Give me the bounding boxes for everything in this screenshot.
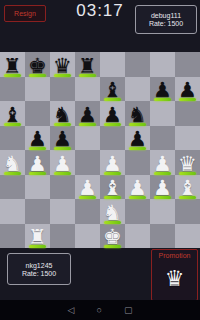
square-a1[interactable] — [0, 224, 25, 249]
square-h8[interactable] — [175, 52, 200, 77]
piece-base-highlight — [104, 98, 121, 101]
square-e1[interactable]: ♚ — [100, 224, 125, 249]
square-c5[interactable]: ♟ — [50, 126, 75, 151]
square-g2[interactable] — [150, 199, 175, 224]
square-b1[interactable]: ♜ — [25, 224, 50, 249]
square-e2[interactable]: ♞ — [100, 199, 125, 224]
piece-base-highlight — [129, 196, 146, 199]
square-c3[interactable] — [50, 175, 75, 200]
piece-base-highlight — [154, 98, 171, 101]
square-d6[interactable]: ♟ — [75, 101, 100, 126]
square-c8[interactable]: ♛ — [50, 52, 75, 77]
piece-base-highlight — [129, 123, 146, 126]
piece-base-highlight — [29, 147, 46, 150]
recents-icon[interactable]: ▢ — [124, 306, 133, 315]
square-e5[interactable] — [100, 126, 125, 151]
square-b2[interactable] — [25, 199, 50, 224]
piece-base-highlight — [179, 98, 196, 101]
square-g7[interactable]: ♟ — [150, 77, 175, 102]
square-h5[interactable] — [175, 126, 200, 151]
piece-base-highlight — [54, 74, 71, 77]
square-e4[interactable]: ♟ — [100, 150, 125, 175]
square-a4[interactable]: ♞ — [0, 150, 25, 175]
square-c7[interactable] — [50, 77, 75, 102]
square-f3[interactable]: ♟ — [125, 175, 150, 200]
promotion-label: Promotion — [152, 252, 197, 259]
square-h1[interactable] — [175, 224, 200, 249]
square-c4[interactable]: ♟ — [50, 150, 75, 175]
square-g1[interactable] — [150, 224, 175, 249]
android-nav-bar: ◁○▢ — [0, 300, 200, 320]
piece-base-highlight — [29, 245, 46, 248]
square-f8[interactable] — [125, 52, 150, 77]
opponent-badge: debug111 Rate: 1500 — [135, 5, 197, 34]
square-f2[interactable] — [125, 199, 150, 224]
piece-base-highlight — [54, 172, 71, 175]
piece-base-highlight — [79, 196, 96, 199]
square-b3[interactable] — [25, 175, 50, 200]
piece-base-highlight — [154, 196, 171, 199]
top-bar: Resign 03:17 debug111 Rate: 1500 — [0, 0, 200, 52]
black-rook: ♜ — [0, 52, 25, 77]
piece-base-highlight — [104, 221, 121, 224]
black-pawn: ♟ — [100, 101, 125, 126]
square-h3[interactable]: ♝ — [175, 175, 200, 200]
square-b7[interactable] — [25, 77, 50, 102]
white-pawn: ♟ — [150, 150, 175, 175]
square-c2[interactable] — [50, 199, 75, 224]
square-d1[interactable] — [75, 224, 100, 249]
black-pawn: ♟ — [75, 101, 100, 126]
promotion-button[interactable]: Promotion ♛ — [151, 249, 198, 301]
square-a8[interactable]: ♜ — [0, 52, 25, 77]
piece-base-highlight — [104, 245, 121, 248]
piece-base-highlight — [154, 172, 171, 175]
square-h7[interactable]: ♟ — [175, 77, 200, 102]
square-a3[interactable] — [0, 175, 25, 200]
square-h6[interactable] — [175, 101, 200, 126]
white-pawn: ♟ — [50, 150, 75, 175]
white-pawn: ♟ — [25, 150, 50, 175]
square-g3[interactable]: ♟ — [150, 175, 175, 200]
piece-base-highlight — [104, 123, 121, 126]
square-g4[interactable]: ♟ — [150, 150, 175, 175]
piece-base-highlight — [104, 172, 121, 175]
square-e3[interactable]: ♝ — [100, 175, 125, 200]
piece-base-highlight — [29, 172, 46, 175]
square-b5[interactable]: ♟ — [25, 126, 50, 151]
square-f4[interactable] — [125, 150, 150, 175]
piece-base-highlight — [129, 147, 146, 150]
piece-base-highlight — [4, 172, 21, 175]
square-b8[interactable]: ♚ — [25, 52, 50, 77]
chess-board[interactable]: ♜♚♛♜♝♟♟♝♞♟♟♞♟♟♟♞♟♟♟♟♛♟♝♟♟♝♞♜♚ — [0, 52, 200, 248]
black-bishop: ♝ — [0, 101, 25, 126]
piece-base-highlight — [79, 123, 96, 126]
square-a5[interactable] — [0, 126, 25, 151]
back-icon[interactable]: ◁ — [68, 306, 75, 315]
black-king: ♚ — [25, 52, 50, 77]
black-queen: ♛ — [50, 52, 75, 77]
square-e7[interactable]: ♝ — [100, 77, 125, 102]
square-d5[interactable] — [75, 126, 100, 151]
home-icon[interactable]: ○ — [96, 306, 101, 315]
piece-base-highlight — [179, 172, 196, 175]
square-g8[interactable] — [150, 52, 175, 77]
white-knight: ♞ — [100, 199, 125, 224]
white-pawn: ♟ — [100, 150, 125, 175]
square-d2[interactable] — [75, 199, 100, 224]
square-e8[interactable] — [100, 52, 125, 77]
white-knight: ♞ — [0, 150, 25, 175]
piece-base-highlight — [4, 74, 21, 77]
square-f5[interactable]: ♟ — [125, 126, 150, 151]
square-d8[interactable]: ♜ — [75, 52, 100, 77]
black-knight: ♞ — [50, 101, 75, 126]
piece-base-highlight — [54, 123, 71, 126]
square-d4[interactable] — [75, 150, 100, 175]
white-queen-icon: ♛ — [152, 267, 197, 291]
square-g6[interactable] — [150, 101, 175, 126]
white-queen: ♛ — [175, 150, 200, 175]
player-name: nkg1245 — [8, 262, 70, 269]
square-d3[interactable]: ♟ — [75, 175, 100, 200]
square-d7[interactable] — [75, 77, 100, 102]
square-f6[interactable]: ♞ — [125, 101, 150, 126]
square-f1[interactable] — [125, 224, 150, 249]
square-h4[interactable]: ♛ — [175, 150, 200, 175]
square-b4[interactable]: ♟ — [25, 150, 50, 175]
square-g5[interactable] — [150, 126, 175, 151]
piece-base-highlight — [104, 196, 121, 199]
square-a7[interactable] — [0, 77, 25, 102]
square-e6[interactable]: ♟ — [100, 101, 125, 126]
square-c6[interactable]: ♞ — [50, 101, 75, 126]
square-f7[interactable] — [125, 77, 150, 102]
square-a6[interactable]: ♝ — [0, 101, 25, 126]
piece-base-highlight — [54, 147, 71, 150]
piece-base-highlight — [29, 74, 46, 77]
piece-base-highlight — [79, 74, 96, 77]
square-a2[interactable] — [0, 199, 25, 224]
player-badge: nkg1245 Rate: 1500 — [7, 253, 71, 285]
opponent-rating: Rate: 1500 — [136, 20, 196, 27]
square-b6[interactable] — [25, 101, 50, 126]
opponent-name: debug111 — [136, 12, 196, 19]
player-rating: Rate: 1500 — [8, 270, 70, 277]
black-rook: ♜ — [75, 52, 100, 77]
square-c1[interactable] — [50, 224, 75, 249]
piece-base-highlight — [4, 123, 21, 126]
square-h2[interactable] — [175, 199, 200, 224]
black-knight: ♞ — [125, 101, 150, 126]
piece-base-highlight — [179, 196, 196, 199]
